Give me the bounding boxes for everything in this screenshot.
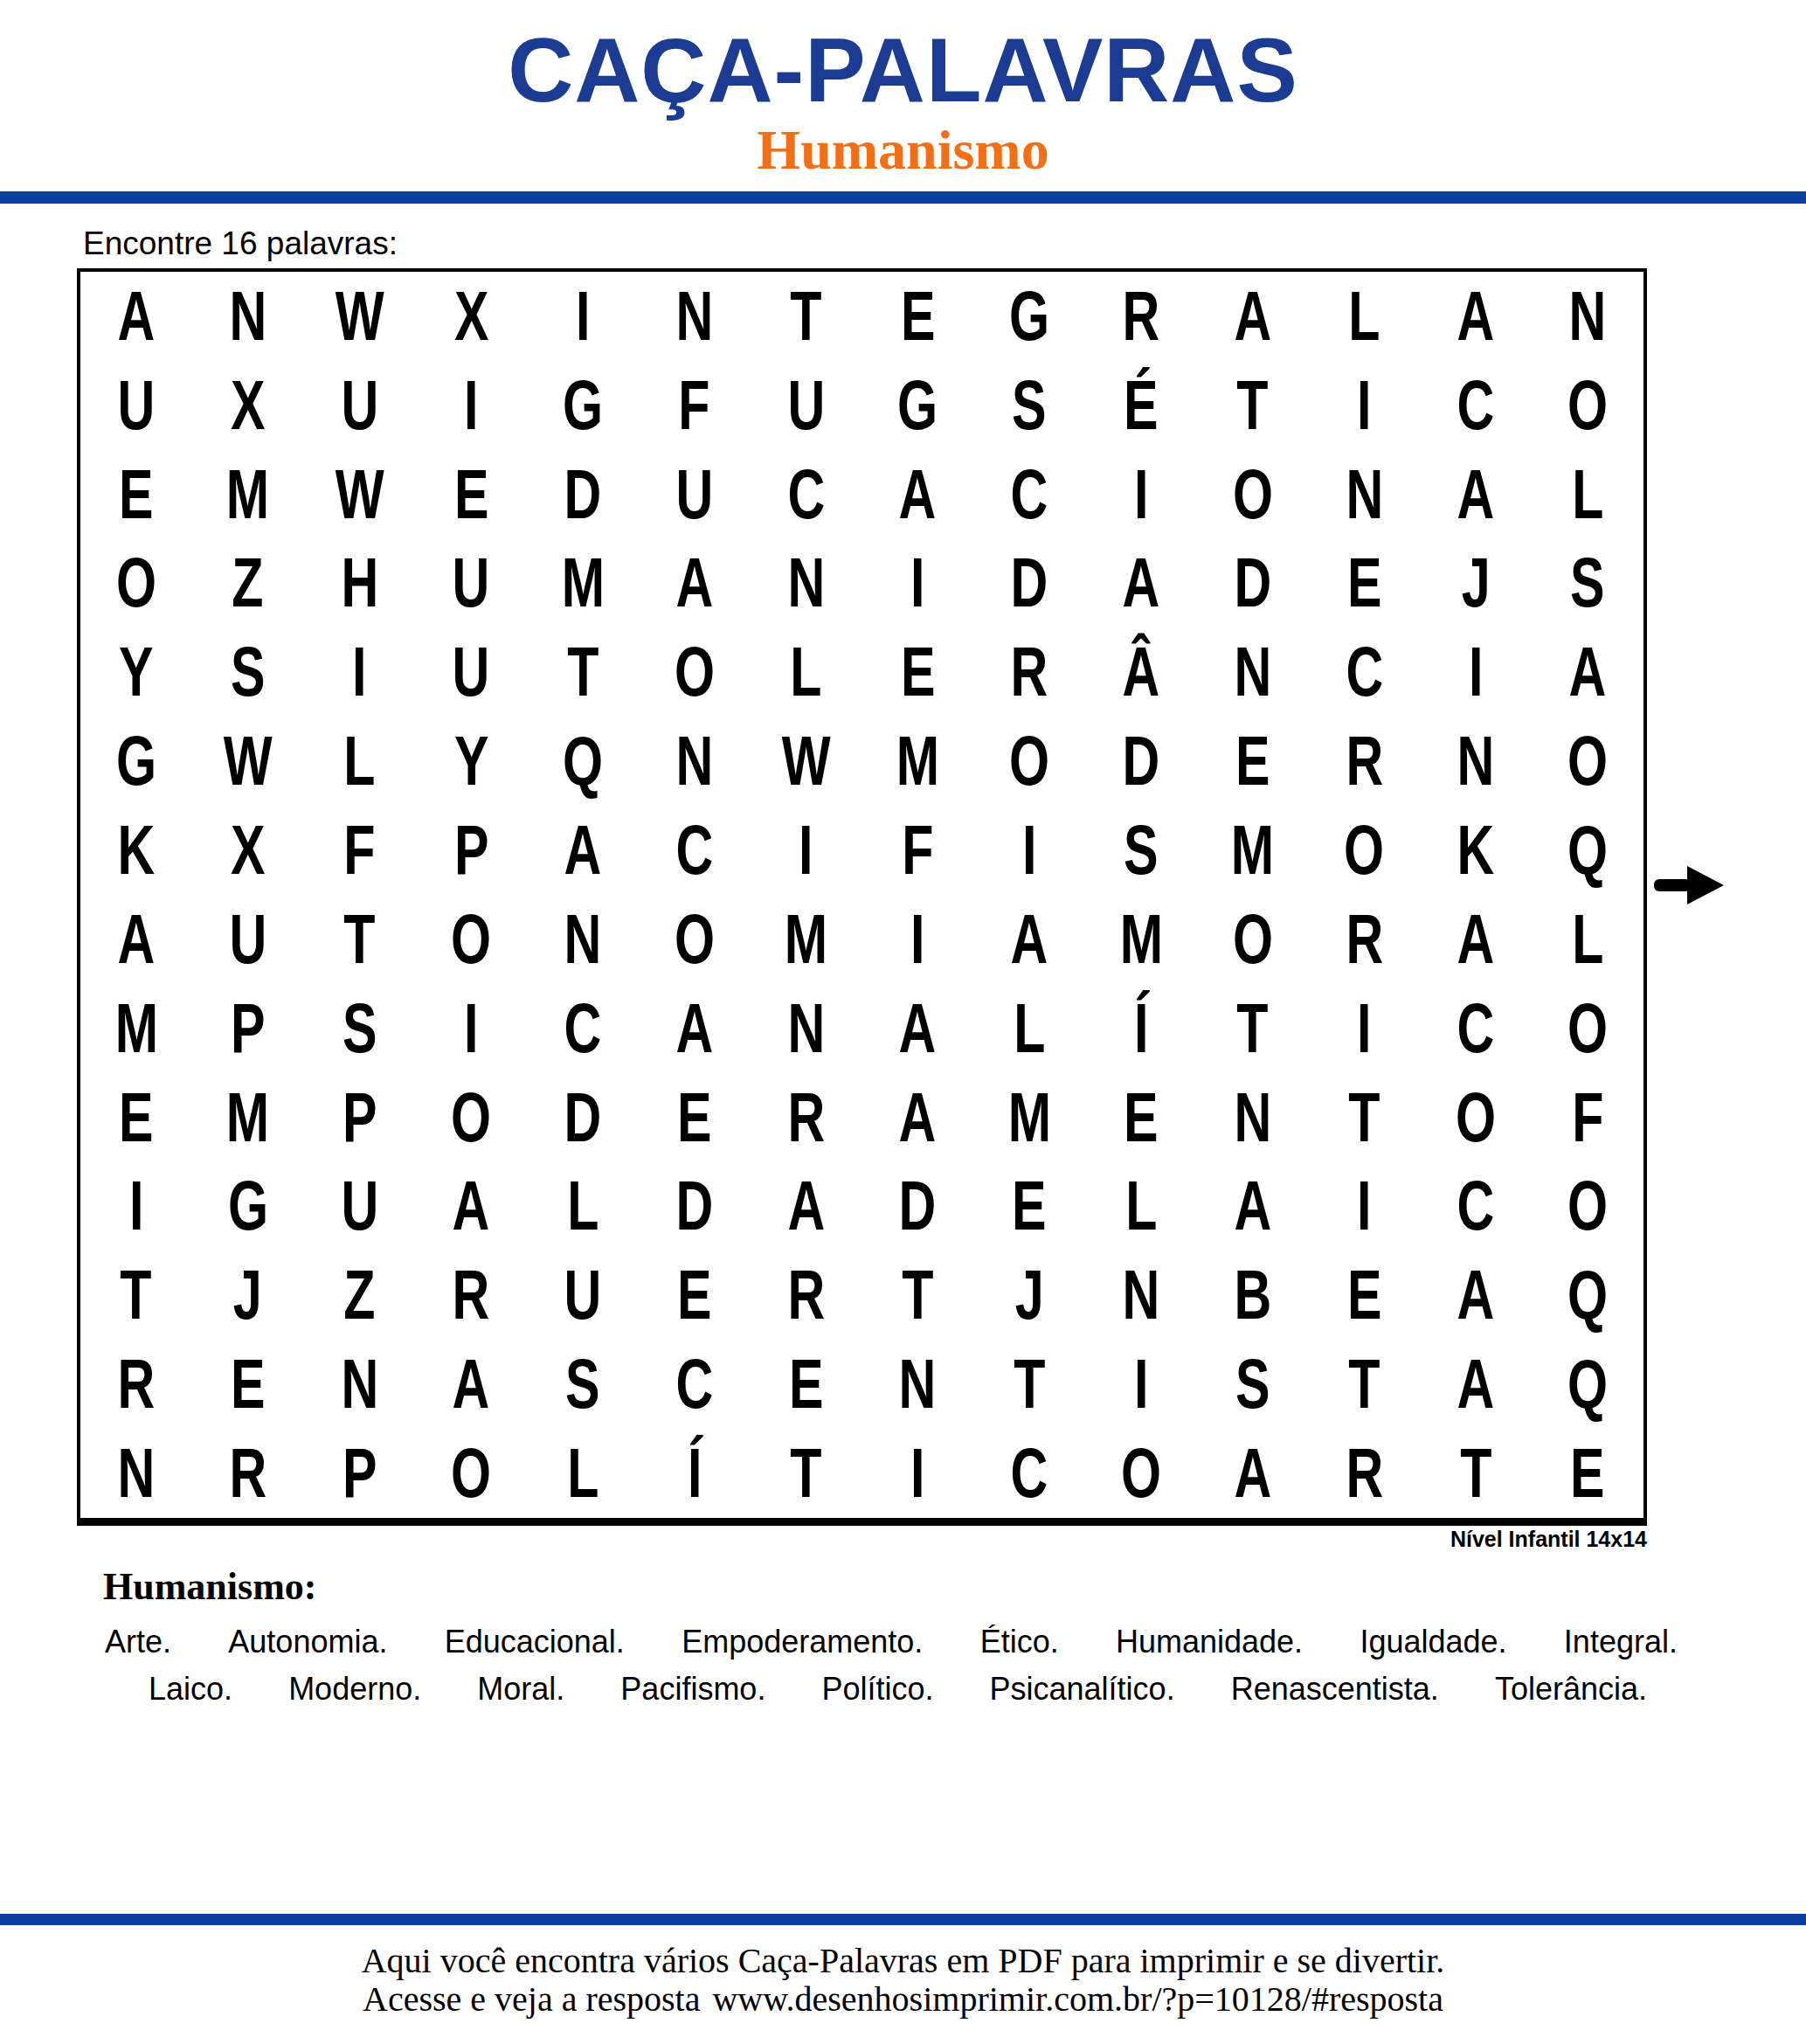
grid-cell[interactable]: O xyxy=(1532,361,1643,450)
grid-cell[interactable]: U xyxy=(751,361,862,450)
grid-cell[interactable]: E xyxy=(80,1073,192,1162)
grid-letter: A xyxy=(453,1349,490,1419)
grid-cell[interactable]: U xyxy=(639,450,751,539)
grid-cell[interactable]: O xyxy=(415,895,527,984)
grid-cell[interactable]: U xyxy=(304,1162,416,1251)
grid-cell[interactable]: B xyxy=(1197,1251,1309,1340)
grid-letter: D xyxy=(899,1171,937,1241)
grid-letter: R xyxy=(787,1260,825,1330)
grid-cell[interactable]: I xyxy=(751,806,862,895)
grid-cell[interactable]: D xyxy=(1085,717,1197,806)
grid-letter: A xyxy=(675,994,713,1064)
grid-cell[interactable]: I xyxy=(861,895,973,984)
grid-cell[interactable]: F xyxy=(639,361,751,450)
grid-cell[interactable]: É xyxy=(1085,361,1197,450)
grid-cell[interactable]: M xyxy=(80,984,192,1073)
grid-cell[interactable]: C xyxy=(1420,1162,1532,1251)
word-list-item: Moral. xyxy=(477,1671,564,1708)
word-list-item: Autonomia. xyxy=(228,1624,387,1660)
grid-cell[interactable]: U xyxy=(192,895,304,984)
grid-cell[interactable]: K xyxy=(1420,806,1532,895)
grid-cell[interactable]: N xyxy=(1197,627,1309,717)
grid-cell[interactable]: A xyxy=(1532,627,1643,717)
grid-cell[interactable]: C xyxy=(639,1340,751,1429)
grid-letter: M xyxy=(1119,904,1162,974)
grid-cell[interactable]: R xyxy=(1309,1429,1421,1518)
grid-cell[interactable]: S xyxy=(1197,1340,1309,1429)
grid-letter: L xyxy=(1014,994,1045,1064)
grid-cell[interactable]: A xyxy=(861,1073,973,1162)
grid-cell[interactable]: Q xyxy=(1532,1251,1643,1340)
grid-cell[interactable]: T xyxy=(1420,1429,1532,1518)
grid-cell[interactable]: I xyxy=(415,361,527,450)
grid-cell[interactable]: P xyxy=(415,806,527,895)
grid-cell[interactable]: C xyxy=(639,806,751,895)
grid-letter: X xyxy=(231,815,265,885)
grid-cell[interactable]: O xyxy=(1532,717,1643,806)
grid-cell[interactable]: R xyxy=(415,1251,527,1340)
grid-cell[interactable]: O xyxy=(973,717,1085,806)
grid-cell[interactable]: X xyxy=(415,272,527,361)
grid-cell[interactable]: C xyxy=(751,450,862,539)
grid-cell[interactable]: N xyxy=(527,895,639,984)
grid-cell[interactable]: I xyxy=(415,984,527,1073)
grid-letter: N xyxy=(675,726,713,796)
grid-letter: D xyxy=(675,1171,713,1241)
grid-cell[interactable]: D xyxy=(639,1162,751,1251)
grid-cell[interactable]: M xyxy=(973,1073,1085,1162)
grid-cell[interactable]: A xyxy=(1420,450,1532,539)
grid-cell[interactable]: T xyxy=(304,895,416,984)
grid-cell[interactable]: F xyxy=(861,806,973,895)
grid-cell[interactable]: M xyxy=(1085,895,1197,984)
grid-letter: A xyxy=(1457,1349,1495,1419)
grid-letter: S xyxy=(565,1349,599,1419)
grid-cell[interactable]: G xyxy=(527,361,639,450)
grid-cell[interactable]: W xyxy=(304,450,416,539)
grid-cell[interactable]: L xyxy=(1085,1162,1197,1251)
grid-letter: R xyxy=(1011,637,1048,707)
page-title: CAÇA-PALAVRAS xyxy=(0,23,1806,118)
grid-cell[interactable]: J xyxy=(973,1251,1085,1340)
grid-cell[interactable]: E xyxy=(751,1340,862,1429)
grid-cell[interactable]: N xyxy=(861,1340,973,1429)
grid-cell[interactable]: F xyxy=(1532,1073,1643,1162)
grid-letter: M xyxy=(226,460,269,530)
grid-letter: N xyxy=(229,281,266,351)
grid-cell[interactable]: L xyxy=(751,627,862,717)
grid-cell[interactable]: I xyxy=(1309,984,1421,1073)
grid-letter: D xyxy=(564,460,602,530)
grid-letter: I xyxy=(1134,460,1148,530)
grid-cell[interactable]: A xyxy=(527,806,639,895)
grid-cell[interactable]: E xyxy=(1085,1073,1197,1162)
grid-cell[interactable]: I xyxy=(527,272,639,361)
grid-cell[interactable]: C xyxy=(973,1429,1085,1518)
grid-letter: I xyxy=(910,1438,924,1508)
grid-cell[interactable]: A xyxy=(1085,539,1197,628)
grid-cell[interactable]: E xyxy=(639,1073,751,1162)
grid-cell[interactable]: P xyxy=(192,984,304,1073)
grid-cell[interactable]: T xyxy=(973,1340,1085,1429)
grid-cell[interactable]: O xyxy=(1532,984,1643,1073)
grid-letter: I xyxy=(1134,1349,1148,1419)
grid-letter: N xyxy=(675,281,713,351)
grid-letter: O xyxy=(451,904,491,974)
grid-cell[interactable]: Z xyxy=(192,539,304,628)
grid-letter: C xyxy=(787,460,825,530)
grid-cell[interactable]: O xyxy=(639,627,751,717)
grid-cell[interactable]: A xyxy=(861,984,973,1073)
grid-letter: I xyxy=(1357,371,1371,440)
grid-cell[interactable]: N xyxy=(1420,717,1532,806)
grid-letter: A xyxy=(453,1171,490,1241)
grid-cell[interactable]: M xyxy=(192,1073,304,1162)
grid-letter: A xyxy=(1457,1260,1495,1330)
grid-cell[interactable]: W xyxy=(192,717,304,806)
grid-cell[interactable]: E xyxy=(1309,539,1421,628)
grid-cell[interactable]: Z xyxy=(304,1251,416,1340)
grid-letter: S xyxy=(1235,1349,1270,1419)
grid-cell[interactable]: G xyxy=(192,1162,304,1251)
grid-cell[interactable]: D xyxy=(527,1073,639,1162)
instruction-label: Encontre 16 palavras: xyxy=(83,225,398,262)
grid-cell[interactable]: C xyxy=(527,984,639,1073)
grid-cell[interactable]: E xyxy=(1309,1251,1421,1340)
grid-cell[interactable]: T xyxy=(861,1251,973,1340)
grid-cell[interactable]: T xyxy=(751,1429,862,1518)
grid-letter: I xyxy=(1357,1171,1371,1241)
grid-cell[interactable]: C xyxy=(973,450,1085,539)
grid-letter: O xyxy=(116,548,156,618)
grid-letter: F xyxy=(1572,1083,1603,1153)
grid-cell[interactable]: Q xyxy=(1532,1340,1643,1429)
grid-cell[interactable]: A xyxy=(861,450,973,539)
grid-letter: E xyxy=(1347,548,1381,618)
grid-letter: A xyxy=(118,904,156,974)
word-list-item: Psicanalítico. xyxy=(990,1671,1175,1708)
grid-letter: I xyxy=(352,637,366,707)
grid-letter: Q xyxy=(1567,815,1608,885)
grid-letter: M xyxy=(1231,815,1274,885)
grid-cell[interactable]: J xyxy=(1420,539,1532,628)
grid-cell[interactable]: L xyxy=(527,1162,639,1251)
grid-letter: E xyxy=(1570,1438,1604,1508)
grid-letter: G xyxy=(116,726,156,796)
grid-letter: S xyxy=(1124,815,1158,885)
grid-letter: U xyxy=(341,1171,378,1241)
grid-letter: T xyxy=(902,1260,933,1330)
grid-letter: G xyxy=(228,1171,268,1241)
grid-cell[interactable]: I xyxy=(304,627,416,717)
grid-cell[interactable]: I xyxy=(861,539,973,628)
grid-cell[interactable]: A xyxy=(639,539,751,628)
grid-cell[interactable]: R xyxy=(192,1429,304,1518)
word-list-item: Pacifismo. xyxy=(620,1671,765,1708)
grid-cell[interactable]: E xyxy=(415,450,527,539)
grid-letter: N xyxy=(1123,1260,1160,1330)
grid-cell[interactable]: K xyxy=(80,806,192,895)
grid-cell[interactable]: G xyxy=(973,272,1085,361)
grid-cell[interactable]: D xyxy=(973,539,1085,628)
grid-letter: A xyxy=(899,1083,937,1153)
page-subtitle: Humanismo xyxy=(0,122,1806,178)
grid-cell[interactable]: N xyxy=(751,984,862,1073)
grid-cell[interactable]: L xyxy=(1309,272,1421,361)
grid-letter: L xyxy=(1572,904,1603,974)
grid-cell[interactable]: A xyxy=(639,984,751,1073)
grid-letter: C xyxy=(1457,1171,1495,1241)
grid-cell[interactable]: I xyxy=(1309,1162,1421,1251)
grid-letter: T xyxy=(1237,994,1269,1064)
grid-cell[interactable]: A xyxy=(1420,272,1532,361)
difficulty-label: Nível Infantil 14x14 xyxy=(1210,1527,1647,1552)
grid-cell[interactable]: O xyxy=(1532,1162,1643,1251)
grid-cell[interactable]: H xyxy=(304,539,416,628)
grid-letter: Y xyxy=(453,726,488,796)
grid-letter: S xyxy=(343,994,377,1064)
grid-cell[interactable]: L xyxy=(304,717,416,806)
grid-letter: R xyxy=(453,1260,490,1330)
grid-cell[interactable]: C xyxy=(1420,361,1532,450)
grid-letter: T xyxy=(1014,1349,1045,1419)
grid-cell[interactable]: E xyxy=(192,1340,304,1429)
grid-cell[interactable]: U xyxy=(304,361,416,450)
grid-cell[interactable]: N xyxy=(1085,1251,1197,1340)
grid-cell[interactable]: R xyxy=(1085,272,1197,361)
grid-cell[interactable]: C xyxy=(1420,984,1532,1073)
grid-cell[interactable]: E xyxy=(80,450,192,539)
grid-cell[interactable]: R xyxy=(751,1251,862,1340)
grid-cell[interactable]: N xyxy=(80,1429,192,1518)
grid-cell[interactable]: E xyxy=(1197,717,1309,806)
grid-cell[interactable]: D xyxy=(1197,539,1309,628)
grid-letter: W xyxy=(336,281,384,351)
grid-cell[interactable]: Y xyxy=(415,717,527,806)
grid-cell[interactable]: M xyxy=(1197,806,1309,895)
grid-letter: U xyxy=(453,548,490,618)
grid-cell[interactable]: D xyxy=(861,1162,973,1251)
grid-letter: P xyxy=(231,994,265,1064)
grid-cell[interactable]: T xyxy=(527,627,639,717)
grid-cell[interactable]: N xyxy=(639,717,751,806)
grid-letter: U xyxy=(787,371,825,440)
word-list-item: Igualdade. xyxy=(1360,1624,1506,1660)
grid-cell[interactable]: A xyxy=(751,1162,862,1251)
grid-letter: K xyxy=(1457,815,1495,885)
grid-cell[interactable]: A xyxy=(1197,1162,1309,1251)
grid-letter: J xyxy=(233,1260,262,1330)
grid-letter: C xyxy=(675,1349,713,1419)
grid-cell[interactable]: G xyxy=(861,361,973,450)
grid-cell[interactable]: A xyxy=(1420,1251,1532,1340)
grid-cell[interactable]: A xyxy=(1197,1429,1309,1518)
grid-cell[interactable]: E xyxy=(1532,1429,1643,1518)
grid-letter: A xyxy=(1234,281,1271,351)
grid-letter: L xyxy=(791,637,822,707)
grid-cell[interactable]: N xyxy=(1532,272,1643,361)
grid-cell[interactable]: M xyxy=(192,450,304,539)
grid-cell[interactable]: Y xyxy=(80,627,192,717)
grid-cell[interactable]: S xyxy=(304,984,416,1073)
grid-cell[interactable]: N xyxy=(304,1340,416,1429)
grid-letter: A xyxy=(118,281,156,351)
grid-letter: D xyxy=(1123,726,1160,796)
top-divider-bar xyxy=(0,191,1806,204)
grid-cell[interactable]: W xyxy=(751,717,862,806)
grid-letter: A xyxy=(899,994,937,1064)
grid-letter: R xyxy=(1346,1438,1383,1508)
grid-cell[interactable]: A xyxy=(415,1162,527,1251)
grid-letter: A xyxy=(1457,281,1495,351)
grid-letter: O xyxy=(1344,815,1384,885)
grid-letter: T xyxy=(1460,1438,1491,1508)
grid-cell[interactable]: T xyxy=(80,1251,192,1340)
grid-cell[interactable]: S xyxy=(527,1340,639,1429)
grid-letter: O xyxy=(1567,371,1608,440)
grid-cell[interactable]: I xyxy=(80,1162,192,1251)
grid-cell[interactable]: O xyxy=(1420,1073,1532,1162)
grid-letter: N xyxy=(118,1438,156,1508)
grid-cell[interactable]: E xyxy=(973,1162,1085,1251)
grid-cell[interactable]: X xyxy=(192,361,304,450)
grid-cell[interactable]: Í xyxy=(1085,984,1197,1073)
grid-letter: T xyxy=(1237,371,1269,440)
grid-letter: N xyxy=(341,1349,378,1419)
grid-cell[interactable]: O xyxy=(415,1073,527,1162)
grid-cell[interactable]: F xyxy=(304,806,416,895)
grid-letter: J xyxy=(1015,1260,1044,1330)
grid-cell[interactable]: L xyxy=(973,984,1085,1073)
grid-cell[interactable]: L xyxy=(527,1429,639,1518)
grid-letter: I xyxy=(464,994,478,1064)
grid-letter: R xyxy=(118,1349,156,1419)
grid-cell[interactable]: U xyxy=(527,1251,639,1340)
grid-cell[interactable]: M xyxy=(861,717,973,806)
grid-cell[interactable]: U xyxy=(80,361,192,450)
grid-cell[interactable]: R xyxy=(751,1073,862,1162)
grid-cell[interactable]: C xyxy=(1309,627,1421,717)
grid-letter: O xyxy=(1567,1171,1608,1241)
grid-cell[interactable]: I xyxy=(1085,1340,1197,1429)
grid-cell[interactable]: T xyxy=(1197,984,1309,1073)
grid-letter: I xyxy=(576,281,590,351)
grid-cell[interactable]: N xyxy=(751,539,862,628)
grid-cell[interactable]: A xyxy=(80,895,192,984)
grid-cell[interactable]: S xyxy=(973,361,1085,450)
grid-cell[interactable]: A xyxy=(1420,895,1532,984)
grid-cell[interactable]: T xyxy=(1197,361,1309,450)
grid-letter: Q xyxy=(1567,1260,1608,1330)
word-list-item: Humanidade. xyxy=(1116,1624,1303,1660)
grid-letter: F xyxy=(902,815,933,885)
grid-cell[interactable]: N xyxy=(639,272,751,361)
grid-cell[interactable]: U xyxy=(415,539,527,628)
grid-cell[interactable]: P xyxy=(304,1073,416,1162)
grid-cell[interactable]: I xyxy=(1085,450,1197,539)
grid-letter: A xyxy=(1569,637,1607,707)
word-list-item: Tolerância. xyxy=(1495,1671,1647,1708)
grid-cell[interactable]: A xyxy=(973,895,1085,984)
grid-cell[interactable]: O xyxy=(1309,806,1421,895)
grid-cell[interactable]: O xyxy=(639,895,751,984)
grid-letter: E xyxy=(119,1083,153,1153)
grid-cell[interactable]: M xyxy=(751,895,862,984)
grid-cell[interactable]: I xyxy=(861,1429,973,1518)
grid-cell[interactable]: U xyxy=(415,627,527,717)
grid-cell[interactable]: S xyxy=(1532,539,1643,628)
grid-cell[interactable]: S xyxy=(1085,806,1197,895)
grid-letter: R xyxy=(787,1083,825,1153)
grid-cell[interactable]: P xyxy=(304,1429,416,1518)
grid-cell[interactable]: N xyxy=(1197,1073,1309,1162)
grid-cell[interactable]: E xyxy=(639,1251,751,1340)
grid-cell[interactable]: N xyxy=(1309,450,1421,539)
grid-cell[interactable]: A xyxy=(415,1340,527,1429)
grid-cell[interactable]: Q xyxy=(527,717,639,806)
grid-cell[interactable]: I xyxy=(973,806,1085,895)
grid-cell[interactable]: A xyxy=(1197,272,1309,361)
grid-cell[interactable]: Í xyxy=(639,1429,751,1518)
grid-letter: Z xyxy=(343,1260,375,1330)
grid-letter: I xyxy=(464,371,478,440)
word-list-heading: Humanismo: xyxy=(103,1564,316,1609)
grid-cell[interactable]: E xyxy=(861,272,973,361)
grid-letter: D xyxy=(564,1083,602,1153)
grid-letter: R xyxy=(1123,281,1160,351)
grid-cell[interactable]: O xyxy=(1197,895,1309,984)
grid-cell[interactable]: Â xyxy=(1085,627,1197,717)
grid-letter: O xyxy=(1567,994,1608,1064)
grid-cell[interactable]: G xyxy=(80,717,192,806)
grid-cell[interactable]: L xyxy=(1532,450,1643,539)
grid-cell[interactable]: S xyxy=(192,627,304,717)
grid-cell[interactable]: W xyxy=(304,272,416,361)
worksheet-page: { "game": "word_search_caca_palavras", "… xyxy=(0,0,1806,2044)
grid-cell[interactable]: T xyxy=(751,272,862,361)
grid-letter: A xyxy=(899,460,937,530)
grid-cell[interactable]: D xyxy=(527,450,639,539)
grid-cell[interactable]: L xyxy=(1532,895,1643,984)
grid-cell[interactable]: T xyxy=(1309,1340,1421,1429)
grid-cell[interactable]: N xyxy=(192,272,304,361)
grid-cell[interactable]: T xyxy=(1309,1073,1421,1162)
grid-cell[interactable]: R xyxy=(1309,717,1421,806)
grid-cell[interactable]: I xyxy=(1309,361,1421,450)
grid-cell[interactable]: O xyxy=(415,1429,527,1518)
grid-cell[interactable]: Q xyxy=(1532,806,1643,895)
grid-cell[interactable]: X xyxy=(192,806,304,895)
grid-cell[interactable]: R xyxy=(973,627,1085,717)
grid-letter: U xyxy=(453,637,490,707)
grid-cell[interactable]: J xyxy=(192,1251,304,1340)
grid-cell[interactable]: O xyxy=(1197,450,1309,539)
grid-cell[interactable]: R xyxy=(1309,895,1421,984)
grid-cell[interactable]: A xyxy=(80,272,192,361)
footer-line-2: Acesse e veja a respostawww.desenhosimpr… xyxy=(0,1982,1806,2017)
grid-cell[interactable]: R xyxy=(80,1340,192,1429)
grid-letter: R xyxy=(1346,904,1383,974)
grid-letter: E xyxy=(1347,1260,1381,1330)
grid-cell[interactable]: E xyxy=(861,627,973,717)
grid-cell[interactable]: M xyxy=(527,539,639,628)
grid-letter: N xyxy=(1346,460,1383,530)
grid-cell[interactable]: A xyxy=(1420,1340,1532,1429)
grid-letter: K xyxy=(118,815,156,885)
grid-cell[interactable]: O xyxy=(1085,1429,1197,1518)
grid-cell[interactable]: I xyxy=(1420,627,1532,717)
grid-cell[interactable]: O xyxy=(80,539,192,628)
